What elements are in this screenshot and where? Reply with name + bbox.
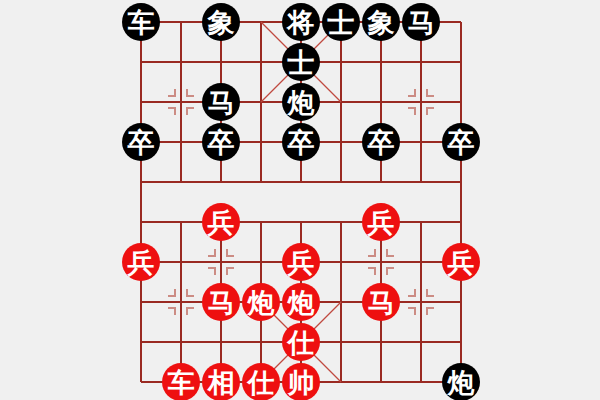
point-marker: [408, 89, 434, 115]
piece-red-兵[interactable]: 兵: [282, 243, 320, 281]
piece-red-马[interactable]: 马: [202, 283, 240, 321]
point-marker-corner: [426, 89, 434, 97]
point-marker-corner: [186, 307, 194, 315]
point-marker-corner: [186, 289, 194, 297]
point-marker-corner: [408, 307, 416, 315]
point-marker-corner: [168, 289, 176, 297]
piece-black-士[interactable]: 士: [282, 43, 320, 81]
point-marker-corner: [386, 267, 394, 275]
piece-red-兵[interactable]: 兵: [362, 203, 400, 241]
piece-black-卒[interactable]: 卒: [282, 123, 320, 161]
point-marker-corner: [168, 307, 176, 315]
piece-red-炮[interactable]: 炮: [242, 283, 280, 321]
piece-red-仕[interactable]: 仕: [282, 323, 320, 361]
point-marker-corner: [226, 267, 234, 275]
piece-red-兵[interactable]: 兵: [122, 243, 160, 281]
point-marker-corner: [426, 289, 434, 297]
piece-red-兵[interactable]: 兵: [442, 243, 480, 281]
point-marker-corner: [208, 267, 216, 275]
point-marker-corner: [386, 249, 394, 257]
point-marker-corner: [408, 89, 416, 97]
piece-red-相[interactable]: 相: [202, 363, 240, 400]
point-marker-corner: [408, 107, 416, 115]
point-marker: [168, 289, 194, 315]
piece-black-将[interactable]: 将: [282, 3, 320, 41]
point-marker-corner: [368, 267, 376, 275]
point-marker-corner: [426, 107, 434, 115]
piece-red-马[interactable]: 马: [362, 283, 400, 321]
piece-black-马[interactable]: 马: [202, 83, 240, 121]
piece-red-仕[interactable]: 仕: [242, 363, 280, 400]
piece-red-炮[interactable]: 炮: [282, 283, 320, 321]
point-marker-corner: [168, 107, 176, 115]
point-marker-corner: [186, 107, 194, 115]
piece-black-马[interactable]: 马: [402, 3, 440, 41]
piece-red-兵[interactable]: 兵: [202, 203, 240, 241]
point-marker: [368, 249, 394, 275]
board-cells-layer: 车象将士象马士马炮卒卒卒卒卒兵兵兵兵兵马炮炮马仕车相仕帅炮: [121, 2, 481, 400]
piece-black-象[interactable]: 象: [362, 3, 400, 41]
point-marker-corner: [408, 289, 416, 297]
piece-red-帅[interactable]: 帅: [282, 363, 320, 400]
point-marker: [168, 89, 194, 115]
xiangqi-board-screenshot: 车象将士象马士马炮卒卒卒卒卒兵兵兵兵兵马炮炮马仕车相仕帅炮: [0, 0, 600, 400]
piece-black-士[interactable]: 士: [322, 3, 360, 41]
point-marker-corner: [208, 249, 216, 257]
point-marker-corner: [368, 249, 376, 257]
point-marker-corner: [168, 89, 176, 97]
point-marker: [408, 289, 434, 315]
point-marker-corner: [426, 307, 434, 315]
point-marker-corner: [186, 89, 194, 97]
piece-black-炮[interactable]: 炮: [282, 83, 320, 121]
point-marker-corner: [226, 249, 234, 257]
piece-black-炮[interactable]: 炮: [442, 363, 480, 400]
piece-black-卒[interactable]: 卒: [202, 123, 240, 161]
piece-black-卒[interactable]: 卒: [362, 123, 400, 161]
point-marker: [208, 249, 234, 275]
piece-black-卒[interactable]: 卒: [122, 123, 160, 161]
piece-red-车[interactable]: 车: [162, 363, 200, 400]
piece-black-象[interactable]: 象: [202, 3, 240, 41]
piece-black-车[interactable]: 车: [122, 3, 160, 41]
piece-black-卒[interactable]: 卒: [442, 123, 480, 161]
